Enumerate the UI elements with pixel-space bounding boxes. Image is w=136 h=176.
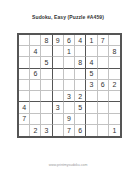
sudoku-page: Sudoku, Easy (Puzzle #A459) 896417418584… — [0, 0, 136, 176]
sudoku-cell-r9c5: 7 — [64, 125, 75, 136]
sudoku-cell-r7c7 — [86, 102, 97, 113]
sudoku-cell-r7c9 — [109, 102, 120, 113]
sudoku-cell-r9c3: 3 — [41, 125, 52, 136]
sudoku-cell-r7c3 — [41, 102, 52, 113]
sudoku-cell-r4c1 — [19, 69, 30, 80]
sudoku-cell-r6c9 — [109, 91, 120, 102]
sudoku-cell-r8c6 — [75, 114, 86, 125]
sudoku-cell-r5c7: 3 — [86, 80, 97, 91]
sudoku-cell-r5c1 — [19, 80, 30, 91]
sudoku-cell-r8c3 — [41, 114, 52, 125]
sudoku-cell-r8c1: 7 — [19, 114, 30, 125]
sudoku-cell-r7c6: 5 — [75, 102, 86, 113]
sudoku-cell-r2c8 — [98, 46, 109, 57]
sudoku-cell-r6c7 — [86, 91, 97, 102]
sudoku-cell-r9c9: 1 — [109, 125, 120, 136]
sudoku-cell-r5c4 — [53, 80, 64, 91]
sudoku-cell-r3c9 — [109, 57, 120, 68]
sudoku-cell-r5c6 — [75, 80, 86, 91]
sudoku-cell-r3c8 — [98, 57, 109, 68]
sudoku-cell-r5c8: 6 — [98, 80, 109, 91]
sudoku-cell-r6c5: 3 — [64, 91, 75, 102]
sudoku-cell-r4c9 — [109, 69, 120, 80]
sudoku-cell-r7c8 — [98, 102, 109, 113]
sudoku-cell-r8c5: 9 — [64, 114, 75, 125]
sudoku-cell-r5c3 — [41, 80, 52, 91]
sudoku-cell-r3c7: 4 — [86, 57, 97, 68]
sudoku-cell-r8c7 — [86, 114, 97, 125]
sudoku-cell-r3c4 — [53, 57, 64, 68]
sudoku-cell-r6c6: 2 — [75, 91, 86, 102]
sudoku-cell-r9c2: 2 — [30, 125, 41, 136]
sudoku-cell-r2c9: 8 — [109, 46, 120, 57]
sudoku-cell-r1c8: 7 — [98, 35, 109, 46]
sudoku-cell-r3c1 — [19, 57, 30, 68]
sudoku-cell-r4c5 — [64, 69, 75, 80]
sudoku-cell-r9c4 — [53, 125, 64, 136]
sudoku-cell-r3c3: 5 — [41, 57, 52, 68]
sudoku-cell-r1c2 — [30, 35, 41, 46]
sudoku-cell-r6c3 — [41, 91, 52, 102]
sudoku-cell-r9c6: 6 — [75, 125, 86, 136]
sudoku-cell-r3c6: 8 — [75, 57, 86, 68]
sudoku-cell-r4c2: 6 — [30, 69, 41, 80]
sudoku-cell-r1c9 — [109, 35, 120, 46]
sudoku-cell-r7c2 — [30, 102, 41, 113]
footer-url: www.printmysudoku.com — [0, 163, 136, 167]
sudoku-cell-r1c6: 4 — [75, 35, 86, 46]
sudoku-cell-r2c1 — [19, 46, 30, 57]
sudoku-cell-r1c5: 6 — [64, 35, 75, 46]
sudoku-cell-r9c7 — [86, 125, 97, 136]
sudoku-cell-r8c8 — [98, 114, 109, 125]
sudoku-cell-r4c8 — [98, 69, 109, 80]
sudoku-cell-r2c2: 4 — [30, 46, 41, 57]
sudoku-cell-r4c6 — [75, 69, 86, 80]
sudoku-cell-r8c4 — [53, 114, 64, 125]
sudoku-board: 89641741858465362324357923761 — [17, 33, 122, 138]
sudoku-cell-r5c9: 2 — [109, 80, 120, 91]
sudoku-cell-r6c4 — [53, 91, 64, 102]
sudoku-cell-r9c8 — [98, 125, 109, 136]
sudoku-cell-r4c3 — [41, 69, 52, 80]
sudoku-cell-r1c4: 9 — [53, 35, 64, 46]
sudoku-cell-r6c1 — [19, 91, 30, 102]
sudoku-cell-r9c1 — [19, 125, 30, 136]
sudoku-cell-r8c2 — [30, 114, 41, 125]
sudoku-cell-r3c5 — [64, 57, 75, 68]
sudoku-cell-r6c2 — [30, 91, 41, 102]
sudoku-cell-r2c5: 1 — [64, 46, 75, 57]
sudoku-cell-r1c3: 8 — [41, 35, 52, 46]
sudoku-cell-r3c2 — [30, 57, 41, 68]
puzzle-title: Sudoku, Easy (Puzzle #A459) — [0, 14, 136, 20]
sudoku-cell-r2c4 — [53, 46, 64, 57]
sudoku-cell-r7c1: 4 — [19, 102, 30, 113]
sudoku-cell-r5c5 — [64, 80, 75, 91]
sudoku-cell-r2c7 — [86, 46, 97, 57]
sudoku-cell-r4c7: 5 — [86, 69, 97, 80]
sudoku-cell-r5c2 — [30, 80, 41, 91]
sudoku-cell-r2c3 — [41, 46, 52, 57]
sudoku-cell-r2c6 — [75, 46, 86, 57]
sudoku-cell-r4c4 — [53, 69, 64, 80]
sudoku-cell-r6c8 — [98, 91, 109, 102]
sudoku-cell-r7c4: 3 — [53, 102, 64, 113]
sudoku-cell-r1c1 — [19, 35, 30, 46]
sudoku-cell-r8c9 — [109, 114, 120, 125]
sudoku-cell-r1c7: 1 — [86, 35, 97, 46]
sudoku-cell-r7c5 — [64, 102, 75, 113]
